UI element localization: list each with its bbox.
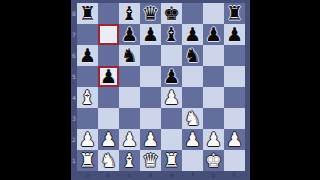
white-pawn-a2[interactable]: ♟ [77, 129, 98, 150]
white-pawn-g2[interactable]: ♟ [203, 129, 224, 150]
white-pawn-c2[interactable]: ♟ [119, 129, 140, 150]
square-c6[interactable]: ♞ [119, 45, 140, 66]
square-c2[interactable]: ♟ [119, 129, 140, 150]
square-h5[interactable] [224, 66, 245, 87]
white-pawn-b2[interactable]: ♟ [98, 129, 119, 150]
square-f3[interactable]: ♞ [182, 108, 203, 129]
black-queen-d8[interactable]: ♛ [140, 3, 161, 24]
file-label-b: b [98, 170, 119, 179]
square-b6[interactable] [98, 45, 119, 66]
square-h7[interactable]: ♟ [224, 24, 245, 45]
white-rook-e1[interactable]: ♜ [161, 150, 182, 171]
square-d5[interactable] [140, 66, 161, 87]
square-b7[interactable] [98, 24, 119, 45]
square-e6[interactable] [161, 45, 182, 66]
square-g5[interactable] [203, 66, 224, 87]
square-b2[interactable]: ♟ [98, 129, 119, 150]
square-e4[interactable]: ♟ [161, 87, 182, 108]
square-e2[interactable] [161, 129, 182, 150]
square-b3[interactable] [98, 108, 119, 129]
black-knight-c6[interactable]: ♞ [119, 45, 140, 66]
white-rook-a1[interactable]: ♜ [77, 150, 98, 171]
square-e5[interactable]: ♟ [161, 66, 182, 87]
square-c1[interactable]: ♝ [119, 150, 140, 171]
white-knight-f3[interactable]: ♞ [182, 108, 203, 129]
black-knight-f6[interactable]: ♞ [182, 45, 203, 66]
square-f1[interactable] [182, 150, 203, 171]
square-f6[interactable]: ♞ [182, 45, 203, 66]
square-a1[interactable]: ♜ [77, 150, 98, 171]
black-pawn-a6[interactable]: ♟ [77, 45, 98, 66]
square-c5[interactable] [119, 66, 140, 87]
white-bishop-a4[interactable]: ♝ [77, 87, 98, 108]
black-king-e8[interactable]: ♚ [161, 3, 182, 24]
board: ♜♝♛♚♜♟♟♝♟♟♟♟♞♞♟♟♝♟♞♟♟♟♟♟♟♟♜♞♝♛♜♚ [77, 3, 245, 171]
square-a7[interactable] [77, 24, 98, 45]
square-g8[interactable] [203, 3, 224, 24]
square-h2[interactable]: ♟ [224, 129, 245, 150]
white-pawn-h2[interactable]: ♟ [224, 129, 245, 150]
file-label-c: c [119, 170, 140, 179]
black-pawn-h7[interactable]: ♟ [224, 24, 245, 45]
square-a2[interactable]: ♟ [77, 129, 98, 150]
file-label-d: d [140, 170, 161, 179]
white-queen-d1[interactable]: ♛ [140, 150, 161, 171]
square-g4[interactable] [203, 87, 224, 108]
black-rook-h8[interactable]: ♜ [224, 3, 245, 24]
square-c7[interactable]: ♟ [119, 24, 140, 45]
square-h1[interactable] [224, 150, 245, 171]
square-d7[interactable]: ♟ [140, 24, 161, 45]
square-a4[interactable]: ♝ [77, 87, 98, 108]
square-g6[interactable] [203, 45, 224, 66]
square-b1[interactable]: ♞ [98, 150, 119, 171]
square-a8[interactable]: ♜ [77, 3, 98, 24]
square-f2[interactable]: ♟ [182, 129, 203, 150]
square-d8[interactable]: ♛ [140, 3, 161, 24]
square-c3[interactable] [119, 108, 140, 129]
video-frame: 87654321 abcdefgh ♜♝♛♚♜♟♟♝♟♟♟♟♞♞♟♟♝♟♞♟♟♟… [0, 0, 320, 180]
square-b8[interactable] [98, 3, 119, 24]
white-king-g1[interactable]: ♚ [203, 150, 224, 171]
white-pawn-f2[interactable]: ♟ [182, 129, 203, 150]
black-bishop-c8[interactable]: ♝ [119, 3, 140, 24]
file-label-a: a [77, 170, 98, 179]
square-g2[interactable]: ♟ [203, 129, 224, 150]
file-labels: abcdefgh [77, 170, 245, 179]
square-a6[interactable]: ♟ [77, 45, 98, 66]
file-label-g: g [203, 170, 224, 179]
square-d6[interactable] [140, 45, 161, 66]
square-b4[interactable] [98, 87, 119, 108]
square-b5[interactable]: ♟ [98, 66, 119, 87]
black-pawn-f7[interactable]: ♟ [182, 24, 203, 45]
square-f8[interactable] [182, 3, 203, 24]
black-bishop-e7[interactable]: ♝ [161, 24, 182, 45]
square-f4[interactable] [182, 87, 203, 108]
white-pawn-d2[interactable]: ♟ [140, 129, 161, 150]
black-pawn-e5[interactable]: ♟ [161, 66, 182, 87]
square-g3[interactable] [203, 108, 224, 129]
file-label-e: e [161, 170, 182, 179]
square-e3[interactable] [161, 108, 182, 129]
black-pawn-d7[interactable]: ♟ [140, 24, 161, 45]
square-g1[interactable]: ♚ [203, 150, 224, 171]
file-label-h: h [224, 170, 245, 179]
square-g7[interactable]: ♟ [203, 24, 224, 45]
file-label-f: f [182, 170, 203, 179]
square-h6[interactable] [224, 45, 245, 66]
square-c8[interactable]: ♝ [119, 3, 140, 24]
white-pawn-e4[interactable]: ♟ [161, 87, 182, 108]
square-h3[interactable] [224, 108, 245, 129]
black-pawn-b5[interactable]: ♟ [98, 66, 119, 87]
square-c4[interactable] [119, 87, 140, 108]
square-d2[interactable]: ♟ [140, 129, 161, 150]
white-knight-b1[interactable]: ♞ [98, 150, 119, 171]
square-a3[interactable] [77, 108, 98, 129]
black-pawn-g7[interactable]: ♟ [203, 24, 224, 45]
square-a5[interactable] [77, 66, 98, 87]
black-pawn-c7[interactable]: ♟ [119, 24, 140, 45]
square-e1[interactable]: ♜ [161, 150, 182, 171]
square-e7[interactable]: ♝ [161, 24, 182, 45]
white-bishop-c1[interactable]: ♝ [119, 150, 140, 171]
square-h4[interactable] [224, 87, 245, 108]
square-f5[interactable] [182, 66, 203, 87]
square-e8[interactable]: ♚ [161, 3, 182, 24]
square-h8[interactable]: ♜ [224, 3, 245, 24]
square-d1[interactable]: ♛ [140, 150, 161, 171]
square-d4[interactable] [140, 87, 161, 108]
square-d3[interactable] [140, 108, 161, 129]
square-f7[interactable]: ♟ [182, 24, 203, 45]
black-rook-a8[interactable]: ♜ [77, 3, 98, 24]
